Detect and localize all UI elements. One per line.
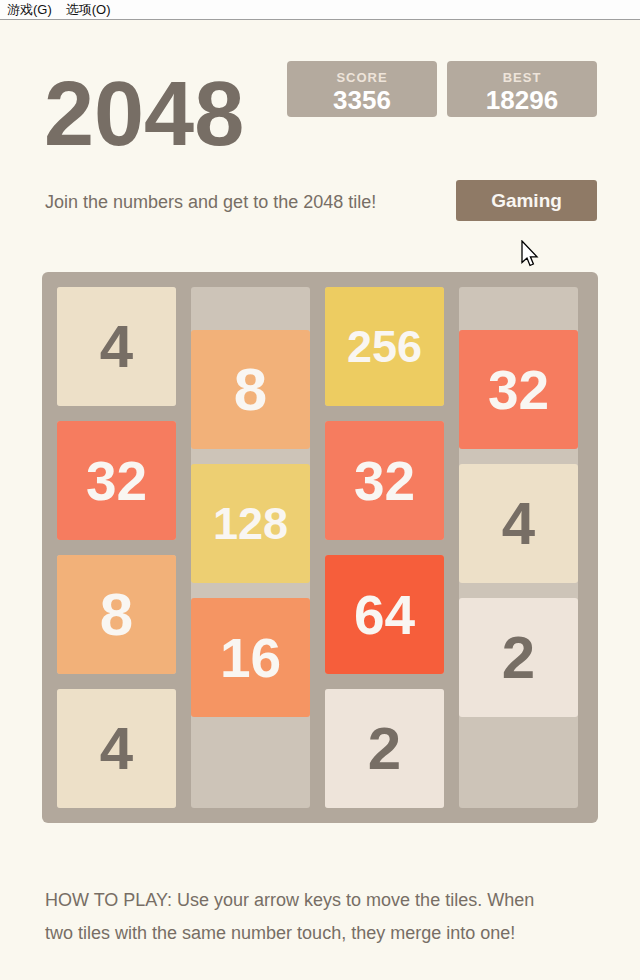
instructions: HOW TO PLAY: Use your arrow keys to move… — [45, 884, 615, 950]
best-label: BEST — [447, 71, 597, 84]
best-value: 18296 — [447, 87, 597, 113]
page-title: 2048 — [44, 82, 264, 147]
best-box: BEST 18296 — [447, 61, 597, 117]
score-box: SCORE 3356 — [287, 61, 437, 117]
tile-8: 8 — [57, 555, 176, 674]
tile-2: 2 — [459, 598, 578, 717]
score-value: 3356 — [287, 87, 437, 113]
tile-64: 64 — [325, 555, 444, 674]
tile-4: 4 — [459, 464, 578, 583]
board: 43284812816256326423242 — [42, 272, 598, 823]
gaming-button[interactable]: Gaming — [456, 180, 597, 221]
menu-item-game[interactable]: 游戏(G) — [0, 0, 59, 19]
tile-32: 32 — [459, 330, 578, 449]
score-label: SCORE — [287, 71, 437, 84]
cursor-arrow-icon — [520, 240, 540, 270]
tile-8: 8 — [191, 330, 310, 449]
tile-4: 4 — [57, 287, 176, 406]
tile-4: 4 — [57, 689, 176, 808]
tile-32: 32 — [57, 421, 176, 540]
tile-128: 128 — [191, 464, 310, 583]
menu-item-options[interactable]: 选项(O) — [59, 0, 118, 19]
menu-bar: 游戏(G) 选项(O) — [0, 0, 640, 20]
tile-32: 32 — [325, 421, 444, 540]
instructions-line1: HOW TO PLAY: Use your arrow keys to move… — [45, 890, 534, 910]
instructions-line2: two tiles with the same number touch, th… — [45, 923, 515, 943]
subtitle: Join the numbers and get to the 2048 til… — [45, 191, 376, 213]
tile-2: 2 — [325, 689, 444, 808]
tile-256: 256 — [325, 287, 444, 406]
tile-16: 16 — [191, 598, 310, 717]
